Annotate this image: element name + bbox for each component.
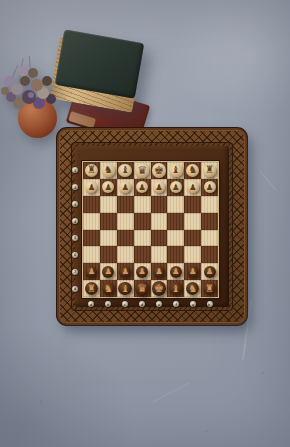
piece-white-knight[interactable]: ♞ <box>102 164 116 178</box>
dried-flowers <box>28 92 34 98</box>
square-c7[interactable]: ♟ <box>117 263 134 280</box>
square-d6[interactable] <box>134 246 151 263</box>
surface-scratch <box>259 170 276 191</box>
square-d3[interactable] <box>134 196 151 213</box>
rank-stud-8: 8 <box>72 286 78 292</box>
surface-speck <box>40 400 43 403</box>
stud-label: 5 <box>74 236 76 240</box>
square-f2[interactable]: ♟ <box>167 179 184 196</box>
piece-white-pawn[interactable]: ♟ <box>119 181 131 193</box>
flower-stem <box>17 58 23 88</box>
rank-stud-5: 5 <box>72 235 78 241</box>
piece-white-bishop[interactable]: ♝ <box>169 164 183 178</box>
square-f8[interactable]: ♝ <box>167 280 184 297</box>
stud-label: 4 <box>74 219 76 223</box>
square-g4[interactable] <box>184 213 201 230</box>
stud-label: b <box>107 302 109 306</box>
piece-white-rook[interactable]: ♜ <box>203 164 217 178</box>
square-a5[interactable] <box>83 230 100 247</box>
square-a4[interactable] <box>83 213 100 230</box>
square-h6[interactable] <box>201 246 218 263</box>
piece-white-pawn[interactable]: ♟ <box>170 181 182 193</box>
square-d1[interactable]: ♛ <box>134 162 151 179</box>
square-d7[interactable]: ♟ <box>134 263 151 280</box>
piece-black-bishop[interactable]: ♝ <box>169 282 183 296</box>
square-g5[interactable] <box>184 230 201 247</box>
flower-stem <box>7 65 18 89</box>
square-f1[interactable]: ♝ <box>167 162 184 179</box>
piece-white-pawn[interactable]: ♟ <box>136 181 148 193</box>
piece-black-pawn[interactable]: ♟ <box>204 266 216 278</box>
surface-speck <box>262 372 264 374</box>
square-b8[interactable]: ♞ <box>100 280 117 297</box>
piece-black-pawn[interactable]: ♟ <box>102 266 114 278</box>
square-h8[interactable]: ♜ <box>201 280 218 297</box>
square-a2[interactable]: ♟ <box>83 179 100 196</box>
piece-white-queen[interactable]: ♛ <box>135 163 150 178</box>
file-stud-e: e <box>156 301 162 307</box>
stud-label: e <box>158 302 160 306</box>
square-g1[interactable]: ♞ <box>184 162 201 179</box>
piece-white-pawn[interactable]: ♟ <box>204 181 216 193</box>
square-b3[interactable] <box>100 196 117 213</box>
square-f7[interactable]: ♟ <box>167 263 184 280</box>
terracotta-pot <box>18 98 57 138</box>
stud-label: a <box>90 302 92 306</box>
square-e8[interactable]: ♚ <box>151 280 168 297</box>
chess-board: ♜♞♝♛♚♝♞♜♟♟♟♟♟♟♟♟♟♟♟♟♟♟♟♟♜♞♝♛♚♝♞♜ <box>83 162 218 297</box>
square-a7[interactable]: ♟ <box>83 263 100 280</box>
square-g7[interactable]: ♟ <box>184 263 201 280</box>
square-c4[interactable] <box>117 213 134 230</box>
square-a6[interactable] <box>83 246 100 263</box>
stud-label: h <box>208 302 210 306</box>
piece-white-pawn[interactable]: ♟ <box>153 181 165 193</box>
piece-black-pawn[interactable]: ♟ <box>153 266 165 278</box>
square-g2[interactable]: ♟ <box>184 179 201 196</box>
square-f5[interactable] <box>167 230 184 247</box>
square-b1[interactable]: ♞ <box>100 162 117 179</box>
square-c1[interactable]: ♝ <box>117 162 134 179</box>
square-h4[interactable] <box>201 213 218 230</box>
piece-black-bishop[interactable]: ♝ <box>118 282 132 296</box>
square-g8[interactable]: ♞ <box>184 280 201 297</box>
rank-stud-7: 7 <box>72 269 78 275</box>
square-g3[interactable] <box>184 196 201 213</box>
square-e2[interactable]: ♟ <box>151 179 168 196</box>
stud-label: 1 <box>74 169 76 173</box>
rank-stud-6: 6 <box>72 252 78 258</box>
square-e4[interactable] <box>151 213 168 230</box>
square-c5[interactable] <box>117 230 134 247</box>
square-f4[interactable] <box>167 213 184 230</box>
square-f3[interactable] <box>167 196 184 213</box>
piece-black-knight[interactable]: ♞ <box>186 282 200 296</box>
file-stud-f: f <box>173 301 179 307</box>
piece-white-pawn[interactable]: ♟ <box>85 181 97 193</box>
square-e1[interactable]: ♚ <box>151 162 168 179</box>
tabletop-scene: ♜♞♝♛♚♝♞♜♟♟♟♟♟♟♟♟♟♟♟♟♟♟♟♟♜♞♝♛♚♝♞♜ 1234567… <box>0 0 290 447</box>
piece-black-pawn[interactable]: ♟ <box>187 266 199 278</box>
piece-black-pawn[interactable]: ♟ <box>136 266 148 278</box>
square-e3[interactable] <box>151 196 168 213</box>
square-g6[interactable] <box>184 246 201 263</box>
stud-label: 3 <box>74 202 76 206</box>
piece-white-bishop[interactable]: ♝ <box>118 164 132 178</box>
stud-label: 2 <box>74 185 76 189</box>
piece-white-king[interactable]: ♚ <box>152 163 167 178</box>
square-b7[interactable]: ♟ <box>100 263 117 280</box>
stud-label: f <box>175 302 176 306</box>
piece-black-king[interactable]: ♚ <box>152 281 167 296</box>
piece-white-rook[interactable]: ♜ <box>85 164 99 178</box>
square-h5[interactable] <box>201 230 218 247</box>
square-a1[interactable]: ♜ <box>83 162 100 179</box>
square-d4[interactable] <box>134 213 151 230</box>
file-stud-g: g <box>190 301 196 307</box>
square-c6[interactable] <box>117 246 134 263</box>
piece-black-rook[interactable]: ♜ <box>85 282 99 296</box>
square-f6[interactable] <box>167 246 184 263</box>
square-h7[interactable]: ♟ <box>201 263 218 280</box>
square-a8[interactable]: ♜ <box>83 280 100 297</box>
square-b2[interactable]: ♟ <box>100 179 117 196</box>
square-d5[interactable] <box>134 230 151 247</box>
square-h3[interactable] <box>201 196 218 213</box>
stud-label: 6 <box>74 253 76 257</box>
piece-black-pawn[interactable]: ♟ <box>119 266 131 278</box>
square-a3[interactable] <box>83 196 100 213</box>
piece-white-pawn[interactable]: ♟ <box>187 181 199 193</box>
square-d2[interactable]: ♟ <box>134 179 151 196</box>
square-d8[interactable]: ♛ <box>134 280 151 297</box>
square-b6[interactable] <box>100 246 117 263</box>
square-c8[interactable]: ♝ <box>117 280 134 297</box>
file-stud-h: h <box>207 301 213 307</box>
surface-scratch <box>152 382 190 403</box>
chess-table: ♜♞♝♛♚♝♞♜♟♟♟♟♟♟♟♟♟♟♟♟♟♟♟♟♜♞♝♛♚♝♞♜ 1234567… <box>57 128 247 325</box>
square-e6[interactable] <box>151 246 168 263</box>
piece-black-pawn[interactable]: ♟ <box>170 266 182 278</box>
stud-label: c <box>124 302 126 306</box>
piece-black-knight[interactable]: ♞ <box>102 282 116 296</box>
square-b5[interactable] <box>100 230 117 247</box>
flower-stem <box>29 56 33 82</box>
surface-speck <box>205 430 208 432</box>
square-b4[interactable] <box>100 213 117 230</box>
stud-label: 8 <box>74 287 76 291</box>
stud-label: d <box>141 302 143 306</box>
stud-label: g <box>191 302 193 306</box>
piece-black-queen[interactable]: ♛ <box>135 281 150 296</box>
square-h1[interactable]: ♜ <box>201 162 218 179</box>
piece-black-rook[interactable]: ♜ <box>203 282 217 296</box>
square-e7[interactable]: ♟ <box>151 263 168 280</box>
piece-black-pawn[interactable]: ♟ <box>85 266 97 278</box>
square-h2[interactable]: ♟ <box>201 179 218 196</box>
stud-label: 7 <box>74 270 76 274</box>
square-c3[interactable] <box>117 196 134 213</box>
piece-white-knight[interactable]: ♞ <box>186 164 200 178</box>
piece-white-pawn[interactable]: ♟ <box>102 181 114 193</box>
square-e5[interactable] <box>151 230 168 247</box>
square-c2[interactable]: ♟ <box>117 179 134 196</box>
